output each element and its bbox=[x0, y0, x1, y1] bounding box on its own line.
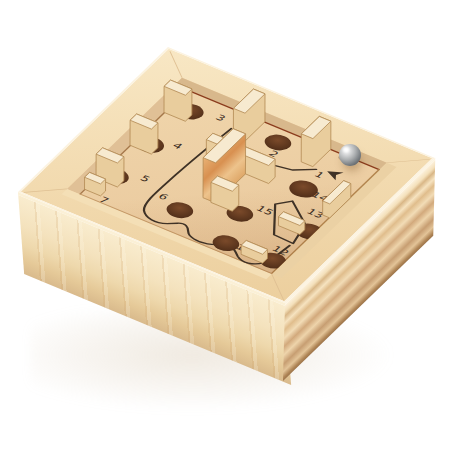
steel-ball bbox=[339, 144, 361, 166]
frame-miter-joint bbox=[154, 51, 197, 77]
product-photo-stage: 34567101521141312 bbox=[0, 0, 452, 452]
